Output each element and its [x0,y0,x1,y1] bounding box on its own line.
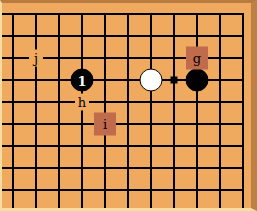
grid-line-horizontal [2,123,244,125]
label-g: g [186,47,208,70]
letter-glyph: h [75,94,89,111]
grid-line-vertical [35,13,37,208]
letter-glyph: i [94,113,116,136]
grid-line-vertical [150,13,152,208]
grid-line-vertical [81,13,83,208]
letter-glyph: g [186,47,208,70]
grid-line-vertical [196,13,198,208]
black-stone-glyph [186,69,209,92]
grid-line-horizontal [2,13,244,15]
star-point-marker [171,77,178,84]
grid-line-vertical [12,13,14,208]
grid-line-horizontal [2,35,244,37]
grid-line-vertical [242,13,244,208]
hoshi-square [171,77,178,84]
black-stone-move-1: 1 [71,69,94,92]
grid-line-horizontal [2,145,244,147]
white-stone [140,69,163,92]
go-board: 1jghi [2,3,251,208]
label-j: j [29,50,43,67]
label-h: h [75,94,89,111]
black-stone [186,69,209,92]
grid-line-horizontal [2,101,244,103]
grid-line-vertical [58,13,60,208]
white-stone-glyph [140,69,163,92]
go-diagram: 1jghi [0,0,257,211]
grid-line-vertical [104,13,106,208]
letter-glyph: j [29,50,43,67]
grid-line-vertical [173,13,175,208]
grid-line-vertical [219,13,221,208]
label-i: i [94,113,116,136]
grid-line-horizontal [2,189,244,191]
board-frame: 1jghi [0,0,257,211]
grid-line-vertical [127,13,129,208]
grid-line-horizontal [2,167,244,169]
black-stone-glyph: 1 [71,69,94,92]
